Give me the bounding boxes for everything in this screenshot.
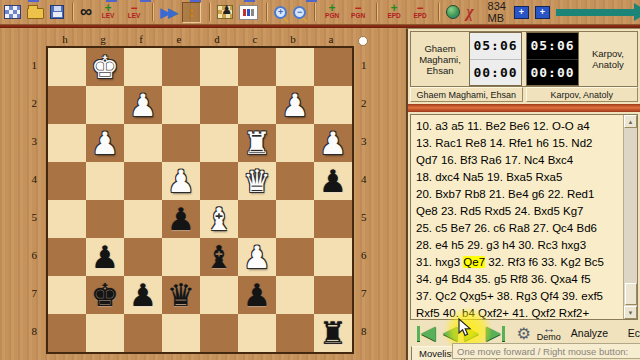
square-b1[interactable]: [276, 48, 314, 86]
square-g7[interactable]: ♚: [86, 276, 124, 314]
file-labels: hgfedcba: [10, 27, 380, 46]
skip-to-start-icon: ◀: [421, 323, 436, 343]
minus-icon: −: [131, 4, 138, 12]
square-c4[interactable]: ♛: [238, 162, 276, 200]
settings-gear-icon[interactable]: ⚙: [517, 324, 531, 343]
piece-black-bishop: ♝: [205, 238, 233, 276]
movelist-line[interactable]: Qd7 16. Bf3 Ra6 17. Nc4 Bxc4: [416, 152, 622, 169]
expand-window-icon: +: [514, 6, 529, 19]
square-e8[interactable]: [162, 314, 200, 352]
square-a5[interactable]: [314, 200, 352, 238]
square-a4[interactable]: ♟: [314, 162, 352, 200]
rank-label-4: 4: [354, 160, 380, 198]
square-f8[interactable]: [124, 314, 162, 352]
square-d7[interactable]: [200, 276, 238, 314]
movelist-scrollbar[interactable]: ▲ ▼: [623, 115, 637, 319]
rank-label-5: 5: [10, 198, 46, 236]
scroll-up-button[interactable]: ▲: [624, 115, 637, 128]
square-g1[interactable]: ♚: [86, 48, 124, 86]
folder-icon: [27, 8, 44, 19]
square-h6[interactable]: [48, 238, 86, 276]
plus-icon: +: [391, 4, 398, 12]
square-g5[interactable]: [86, 200, 124, 238]
square-e6[interactable]: [162, 238, 200, 276]
rank-label-3: 3: [354, 122, 380, 160]
file-label-b: b: [274, 33, 312, 46]
white-name-bar[interactable]: Ghaem Maghami, Ehsan: [410, 87, 523, 102]
square-e4[interactable]: ♟: [162, 162, 200, 200]
rank-label-6: 6: [10, 236, 46, 274]
board-grid: ♚♟♟♟♜♟♟♛♟♟♝♟♝♟♚♟♛♟♜: [46, 46, 354, 354]
square-e1[interactable]: [162, 48, 200, 86]
square-a2[interactable]: [314, 86, 352, 124]
square-g8[interactable]: [86, 314, 124, 352]
pgn-add-button[interactable]: +PGN: [322, 2, 342, 22]
side-to-move-indicator: [358, 36, 368, 46]
one-move-back-button[interactable]: ◀: [443, 323, 458, 343]
tooltip: One move forward / Right mouse button:: [452, 343, 640, 359]
skip-to-end-icon: ▶: [486, 323, 501, 343]
movelist-line[interactable]: 28. e4 h5 29. g3 h4 30. Rc3 hxg3: [416, 237, 622, 254]
square-d1[interactable]: [200, 48, 238, 86]
movelist-line[interactable]: Qe8 23. Rd5 Rxd5 24. Bxd5 Kg7: [416, 203, 622, 220]
zoom-out-button[interactable]: −: [293, 2, 306, 22]
piece-black-pawn: ♟: [91, 238, 119, 276]
movelist-line[interactable]: 31. hxg3 Qe7 32. Rf3 f6 33. Kg2 Bc5: [416, 254, 622, 271]
movelist-panel: 10. a3 a5 11. Be2 Be6 12. O-O a413. Rac1…: [410, 114, 638, 320]
square-c6[interactable]: ♟: [238, 238, 276, 276]
movelist-line[interactable]: 34. g4 Bd4 35. g5 Rf8 36. Qxa4 f5: [416, 271, 622, 288]
fast-forward-icon: ▶▶: [160, 5, 176, 20]
rank-label-7: 7: [354, 274, 380, 312]
signature-icon: χ: [466, 3, 473, 21]
rank-labels-right: 12345678: [354, 46, 380, 354]
square-b3[interactable]: [276, 124, 314, 162]
black-name-bar[interactable]: Karpov, Anatoly: [526, 87, 639, 102]
white-clock-sub: 00:00: [470, 60, 521, 86]
piece-white-pawn: ♟: [129, 86, 157, 124]
rank-label-8: 8: [10, 312, 46, 350]
dialog-icon: [239, 5, 258, 20]
square-a3[interactable]: ♟: [314, 124, 352, 162]
white-clock: 05:06 00:00: [469, 32, 522, 86]
movelist-line[interactable]: 10. a3 a5 11. Be2 Be6 12. O-O a4: [416, 118, 622, 135]
square-d3[interactable]: [200, 124, 238, 162]
square-h3[interactable]: [48, 124, 86, 162]
movelist-line[interactable]: Rxf5 40. b4 Qxf2+ 41. Qxf2 Rxf2+: [416, 305, 622, 319]
square-c1[interactable]: [238, 48, 276, 86]
square-f6[interactable]: [124, 238, 162, 276]
minus-icon: −: [417, 4, 424, 12]
square-e5[interactable]: ♟: [162, 200, 200, 238]
movelist-line[interactable]: 20. Bxb7 Rb8 21. Be4 g6 22. Red1: [416, 186, 622, 203]
window-edge-artifact: [244, 0, 255, 2]
black-clock-main: 05:06: [527, 33, 578, 60]
scroll-down-button[interactable]: ▼: [624, 306, 637, 319]
movelist-lines: 10. a3 a5 11. Be2 Be6 12. O-O a413. Rac1…: [411, 115, 623, 319]
save-button[interactable]: [50, 2, 64, 22]
movelist-line[interactable]: 13. Rac1 Re8 14. Rfe1 h6 15. Nd2: [416, 135, 622, 152]
square-c7[interactable]: ♟: [238, 276, 276, 314]
globe-icon: [446, 5, 460, 19]
square-f1[interactable]: [124, 48, 162, 86]
piece-black-pawn: ♟: [167, 200, 195, 238]
rank-label-8: 8: [354, 312, 380, 350]
square-h8[interactable]: [48, 314, 86, 352]
square-h1[interactable]: [48, 48, 86, 86]
level-up-button[interactable]: +LEV: [98, 2, 118, 22]
setup-board-icon: ♟: [217, 5, 233, 19]
square-c2[interactable]: [238, 86, 276, 124]
square-b5[interactable]: [276, 200, 314, 238]
rank-label-3: 3: [10, 122, 46, 160]
square-c8[interactable]: [238, 314, 276, 352]
square-d5[interactable]: ♝: [200, 200, 238, 238]
toolbar: ∞ +LEV −LEV ▶▶ ↕ ♟ + − +PGN −PGN +EPD −E…: [0, 0, 640, 25]
epd-add-button[interactable]: +EPD: [384, 2, 404, 22]
square-g2[interactable]: [86, 86, 124, 124]
rank-label-1: 1: [10, 46, 46, 84]
movelist-line[interactable]: 25. c5 Be7 26. c6 Ra8 27. Qc4 Bd6: [416, 220, 622, 237]
file-label-c: c: [236, 33, 274, 46]
clock-panel: Ghaem Maghami, Ehsan 05:06 00:00 05:06 0…: [410, 31, 638, 87]
minus-icon: −: [355, 4, 362, 12]
game-panel: Ghaem Maghami, Ehsan 05:06 00:00 05:06 0…: [406, 28, 640, 360]
toolbar-separator: [314, 3, 316, 21]
tile-window-icon: +: [535, 6, 550, 19]
square-d8[interactable]: [200, 314, 238, 352]
square-f5[interactable]: [124, 200, 162, 238]
engine-logo-button[interactable]: χ: [466, 2, 473, 22]
square-e2[interactable]: [162, 86, 200, 124]
rank-label-5: 5: [354, 198, 380, 236]
toolbar-arrow: [556, 3, 640, 21]
square-a7[interactable]: [314, 276, 352, 314]
square-e7[interactable]: ♛: [162, 276, 200, 314]
file-label-h: h: [46, 33, 84, 46]
file-label-a: a: [312, 33, 350, 46]
square-g6[interactable]: ♟: [86, 238, 124, 276]
zoom-in-icon: +: [274, 6, 287, 19]
square-e3[interactable]: [162, 124, 200, 162]
piece-white-pawn: ♟: [281, 86, 309, 124]
square-d4[interactable]: [200, 162, 238, 200]
panel-splitter[interactable]: [408, 104, 640, 112]
autoplay-button[interactable]: ▶▶: [160, 2, 176, 22]
movelist-line[interactable]: 18. dxc4 Na5 19. Bxa5 Rxa5: [416, 169, 622, 186]
pgn-remove-button[interactable]: −PGN: [348, 2, 368, 22]
tile-window-button[interactable]: +: [535, 2, 550, 22]
analyze-button[interactable]: Analyze: [571, 327, 608, 339]
square-c3[interactable]: ♜: [238, 124, 276, 162]
file-label-e: e: [160, 33, 198, 46]
save-icon: [50, 5, 64, 19]
square-a1[interactable]: [314, 48, 352, 86]
toolbar-separator: [376, 3, 378, 21]
plus-icon: +: [329, 4, 336, 12]
new-board-button[interactable]: [4, 2, 21, 22]
piece-white-pawn: ♟: [243, 238, 271, 276]
epd-remove-button[interactable]: −EPD: [410, 2, 430, 22]
piece-black-queen: ♛: [167, 276, 195, 314]
infinity-icon: ∞: [80, 3, 92, 21]
memory-indicator: 834 MB: [480, 0, 514, 24]
toolbar-separator: [438, 3, 440, 21]
square-b7[interactable]: [276, 276, 314, 314]
square-f3[interactable]: [124, 124, 162, 162]
square-f7[interactable]: ♟: [124, 276, 162, 314]
rank-labels-left: 12345678: [10, 46, 46, 354]
flip-board-button[interactable]: ↕: [182, 2, 201, 23]
rank-label-1: 1: [354, 46, 380, 84]
piece-white-king: ♚: [91, 48, 119, 86]
window-edge-artifact: [106, 0, 117, 2]
square-h7[interactable]: [48, 276, 86, 314]
expand-window-button[interactable]: +: [514, 2, 529, 22]
square-h4[interactable]: [48, 162, 86, 200]
mouse-cursor: [457, 318, 473, 338]
toolbar-separator: [266, 3, 268, 21]
checkerboard-icon: [4, 5, 21, 19]
app-background: ∞ +LEV −LEV ▶▶ ↕ ♟ + − +PGN −PGN +EPD −E…: [0, 0, 640, 360]
square-b6[interactable]: [276, 238, 314, 276]
square-b2[interactable]: ♟: [276, 86, 314, 124]
toolbar-separator: [152, 3, 154, 21]
window-edge-artifact: [190, 0, 201, 2]
square-a6[interactable]: [314, 238, 352, 276]
eco-button[interactable]: Ec: [628, 327, 640, 339]
chess-board: hgfedcba 12345678 ♚♟♟♟♜♟♟♛♟♟♝♟♝♟♚♟♛♟♜ 12…: [10, 27, 380, 354]
current-move-highlight: Qe7: [463, 256, 485, 268]
window-edge-artifact: [140, 0, 151, 2]
square-f4[interactable]: [124, 162, 162, 200]
setup-position-button[interactable]: ♟: [217, 2, 233, 22]
goto-end-button[interactable]: ▶: [486, 323, 506, 343]
square-h2[interactable]: [48, 86, 86, 124]
window-edge-artifact: [28, 0, 39, 2]
black-clock-sub: 00:00: [527, 60, 578, 86]
infinite-analysis-button[interactable]: ∞: [80, 2, 92, 22]
piece-white-pawn: ♟: [167, 162, 195, 200]
piece-black-pawn: ♟: [319, 162, 347, 200]
square-c5[interactable]: [238, 200, 276, 238]
piece-black-pawn: ♟: [243, 276, 271, 314]
rank-label-7: 7: [10, 274, 46, 312]
plus-icon: +: [105, 4, 112, 12]
scroll-thumb[interactable]: [625, 283, 637, 305]
piece-white-bishop: ♝: [205, 200, 233, 238]
open-button[interactable]: [27, 2, 44, 22]
black-clock: 05:06 00:00: [526, 32, 579, 86]
square-a8[interactable]: ♜: [314, 314, 352, 352]
piece-white-pawn: ♟: [319, 124, 347, 162]
square-b8[interactable]: [276, 314, 314, 352]
file-label-g: g: [84, 33, 122, 46]
rank-label-4: 4: [10, 160, 46, 198]
toolbar-separator: [72, 3, 74, 21]
square-g4[interactable]: [86, 162, 124, 200]
online-button[interactable]: [446, 2, 460, 22]
demo-button[interactable]: ↔ Demo: [537, 324, 561, 342]
piece-white-pawn: ♟: [91, 124, 119, 162]
zoom-in-button[interactable]: +: [274, 2, 287, 22]
square-d2[interactable]: [200, 86, 238, 124]
file-label-f: f: [122, 33, 160, 46]
piece-white-queen: ♛: [243, 162, 271, 200]
white-clock-main: 05:06: [470, 33, 521, 60]
piece-black-king: ♚: [91, 276, 119, 314]
back-arrow-icon: ◀: [443, 323, 458, 343]
movelist-line[interactable]: 37. Qc2 Qxg5+ 38. Rg3 Qf4 39. exf5: [416, 288, 622, 305]
square-g3[interactable]: ♟: [86, 124, 124, 162]
zoom-out-icon: −: [293, 6, 306, 19]
goto-start-button[interactable]: ◀: [416, 323, 436, 343]
rank-label-2: 2: [10, 84, 46, 122]
square-b4[interactable]: [276, 162, 314, 200]
window-edge-artifact: [306, 0, 317, 2]
square-f2[interactable]: ♟: [124, 86, 162, 124]
piece-black-pawn: ♟: [129, 276, 157, 314]
rank-label-6: 6: [354, 236, 380, 274]
level-down-button[interactable]: −LEV: [124, 2, 144, 22]
rank-label-2: 2: [354, 84, 380, 122]
piece-style-button[interactable]: [239, 2, 258, 22]
square-d6[interactable]: ♝: [200, 238, 238, 276]
piece-black-rook: ♜: [319, 314, 347, 352]
flip-arrow-icon: ↕: [188, 4, 195, 20]
square-h5[interactable]: [48, 200, 86, 238]
black-player-name: Karpov, Anatoly: [579, 32, 637, 86]
white-player-name: Ghaem Maghami, Ehsan: [411, 32, 469, 86]
file-label-d: d: [198, 33, 236, 46]
toolbar-separator: [209, 3, 211, 21]
piece-white-rook: ♜: [243, 124, 271, 162]
